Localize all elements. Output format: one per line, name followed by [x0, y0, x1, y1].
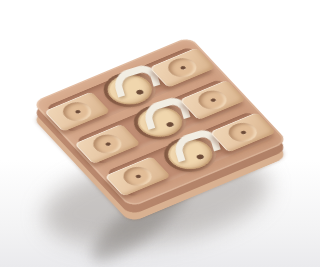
treat-hole: [134, 174, 141, 179]
treat-hole: [209, 98, 216, 103]
treat-hole: [74, 109, 81, 114]
product-photo: ∴BOGLOS: [0, 0, 320, 267]
treat-hole: [104, 142, 111, 147]
treat-hole: [239, 130, 246, 135]
treat-hole: [179, 65, 186, 70]
